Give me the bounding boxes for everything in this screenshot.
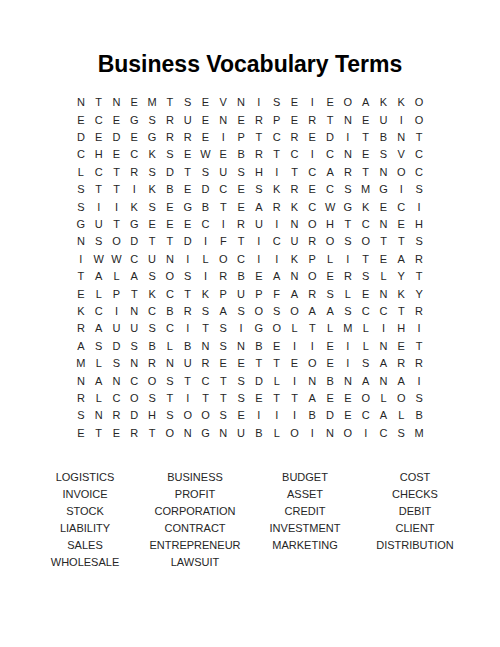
grid-cell-r13c5[interactable]: C — [143, 303, 161, 320]
grid-cell-r16c4[interactable]: N — [125, 355, 143, 372]
grid-cell-r2c7[interactable]: U — [179, 111, 197, 128]
grid-cell-r8c17[interactable]: C — [357, 216, 375, 233]
grid-cell-r13c18[interactable]: C — [375, 303, 393, 320]
grid-cell-r11c16[interactable]: R — [339, 268, 357, 285]
grid-cell-r16c11[interactable]: T — [250, 355, 268, 372]
grid-cell-r5c8[interactable]: S — [197, 164, 215, 181]
grid-cell-r9c16[interactable]: S — [339, 233, 357, 250]
grid-cell-r19c8[interactable]: O — [197, 407, 215, 424]
grid-cell-r8c18[interactable]: N — [375, 216, 393, 233]
grid-cell-r13c3[interactable]: I — [108, 303, 126, 320]
grid-cell-r12c3[interactable]: P — [108, 285, 126, 302]
grid-cell-r18c15[interactable]: E — [321, 390, 339, 407]
grid-cell-r12c7[interactable]: T — [179, 285, 197, 302]
grid-cell-r20c15[interactable]: N — [321, 425, 339, 442]
grid-cell-r7c10[interactable]: E — [232, 198, 250, 215]
grid-cell-r4c20[interactable]: C — [410, 146, 428, 163]
grid-cell-r20c12[interactable]: L — [268, 425, 286, 442]
grid-cell-r1c8[interactable]: E — [197, 94, 215, 111]
grid-cell-r9c3[interactable]: O — [108, 233, 126, 250]
grid-cell-r1c11[interactable]: I — [250, 94, 268, 111]
grid-cell-r3c3[interactable]: D — [108, 129, 126, 146]
grid-cell-r8c8[interactable]: C — [197, 216, 215, 233]
grid-cell-r1c17[interactable]: A — [357, 94, 375, 111]
grid-cell-r9c11[interactable]: I — [250, 233, 268, 250]
grid-cell-r3c13[interactable]: R — [286, 129, 304, 146]
grid-cell-r11c10[interactable]: B — [232, 268, 250, 285]
grid-cell-r18c13[interactable]: T — [286, 390, 304, 407]
grid-cell-r10c19[interactable]: A — [392, 251, 410, 268]
grid-cell-r14c6[interactable]: C — [161, 320, 179, 337]
grid-cell-r7c9[interactable]: T — [214, 198, 232, 215]
grid-cell-r4c12[interactable]: T — [268, 146, 286, 163]
grid-cell-r8c14[interactable]: O — [303, 216, 321, 233]
grid-cell-r2c13[interactable]: E — [286, 111, 304, 128]
grid-cell-r18c10[interactable]: S — [232, 390, 250, 407]
grid-cell-r13c10[interactable]: S — [232, 303, 250, 320]
grid-cell-r11c19[interactable]: Y — [392, 268, 410, 285]
grid-cell-r13c11[interactable]: O — [250, 303, 268, 320]
grid-cell-r4c9[interactable]: E — [214, 146, 232, 163]
grid-cell-r15c18[interactable]: N — [375, 338, 393, 355]
grid-cell-r20c7[interactable]: N — [179, 425, 197, 442]
grid-cell-r15c13[interactable]: I — [286, 338, 304, 355]
grid-cell-r20c18[interactable]: C — [375, 425, 393, 442]
grid-cell-r7c17[interactable]: K — [357, 198, 375, 215]
grid-cell-r1c14[interactable]: I — [303, 94, 321, 111]
grid-cell-r7c3[interactable]: I — [108, 198, 126, 215]
grid-cell-r19c12[interactable]: I — [268, 407, 286, 424]
grid-cell-r4c8[interactable]: W — [197, 146, 215, 163]
grid-cell-r15c8[interactable]: N — [197, 338, 215, 355]
grid-cell-r11c6[interactable]: O — [161, 268, 179, 285]
grid-cell-r3c19[interactable]: N — [392, 129, 410, 146]
grid-cell-r2c10[interactable]: E — [232, 111, 250, 128]
grid-cell-r17c1[interactable]: N — [72, 372, 90, 389]
grid-cell-r1c15[interactable]: E — [321, 94, 339, 111]
grid-cell-r9c8[interactable]: I — [197, 233, 215, 250]
grid-cell-r19c1[interactable]: S — [72, 407, 90, 424]
grid-cell-r15c9[interactable]: S — [214, 338, 232, 355]
grid-cell-r17c20[interactable]: I — [410, 372, 428, 389]
grid-cell-r16c7[interactable]: U — [179, 355, 197, 372]
grid-cell-r8c6[interactable]: E — [161, 216, 179, 233]
grid-cell-r5c7[interactable]: T — [179, 164, 197, 181]
grid-cell-r14c12[interactable]: O — [268, 320, 286, 337]
grid-cell-r4c15[interactable]: C — [321, 146, 339, 163]
grid-cell-r8c19[interactable]: E — [392, 216, 410, 233]
grid-cell-r3c15[interactable]: D — [321, 129, 339, 146]
grid-cell-r12c5[interactable]: K — [143, 285, 161, 302]
grid-cell-r16c1[interactable]: M — [72, 355, 90, 372]
grid-cell-r7c16[interactable]: G — [339, 198, 357, 215]
grid-cell-r1c18[interactable]: K — [375, 94, 393, 111]
grid-cell-r17c16[interactable]: N — [339, 372, 357, 389]
grid-cell-r7c2[interactable]: I — [90, 198, 108, 215]
grid-cell-r3c9[interactable]: I — [214, 129, 232, 146]
grid-cell-r3c16[interactable]: I — [339, 129, 357, 146]
grid-cell-r4c7[interactable]: E — [179, 146, 197, 163]
grid-cell-r16c13[interactable]: E — [286, 355, 304, 372]
grid-cell-r3c6[interactable]: R — [161, 129, 179, 146]
grid-cell-r7c15[interactable]: W — [321, 198, 339, 215]
grid-cell-r3c18[interactable]: B — [375, 129, 393, 146]
grid-cell-r12c8[interactable]: K — [197, 285, 215, 302]
grid-cell-r6c20[interactable]: S — [410, 181, 428, 198]
grid-cell-r8c12[interactable]: I — [268, 216, 286, 233]
grid-cell-r8c10[interactable]: R — [232, 216, 250, 233]
grid-cell-r15c17[interactable]: L — [357, 338, 375, 355]
grid-cell-r18c2[interactable]: L — [90, 390, 108, 407]
grid-cell-r17c11[interactable]: D — [250, 372, 268, 389]
grid-cell-r16c15[interactable]: E — [321, 355, 339, 372]
grid-cell-r15c14[interactable]: I — [303, 338, 321, 355]
grid-cell-r19c11[interactable]: I — [250, 407, 268, 424]
grid-cell-r16c18[interactable]: A — [375, 355, 393, 372]
grid-cell-r18c1[interactable]: R — [72, 390, 90, 407]
grid-cell-r14c19[interactable]: H — [392, 320, 410, 337]
grid-cell-r9c7[interactable]: D — [179, 233, 197, 250]
grid-cell-r9c15[interactable]: O — [321, 233, 339, 250]
grid-cell-r3c11[interactable]: T — [250, 129, 268, 146]
grid-cell-r12c6[interactable]: C — [161, 285, 179, 302]
grid-cell-r10c12[interactable]: I — [268, 251, 286, 268]
grid-cell-r11c13[interactable]: N — [286, 268, 304, 285]
grid-cell-r14c11[interactable]: G — [250, 320, 268, 337]
grid-cell-r4c16[interactable]: N — [339, 146, 357, 163]
grid-cell-r6c8[interactable]: D — [197, 181, 215, 198]
grid-cell-r18c6[interactable]: T — [161, 390, 179, 407]
grid-cell-r3c17[interactable]: T — [357, 129, 375, 146]
grid-cell-r18c9[interactable]: T — [214, 390, 232, 407]
grid-cell-r15c19[interactable]: E — [392, 338, 410, 355]
grid-cell-r9c4[interactable]: D — [125, 233, 143, 250]
grid-cell-r19c18[interactable]: A — [375, 407, 393, 424]
grid-cell-r20c8[interactable]: G — [197, 425, 215, 442]
grid-cell-r6c1[interactable]: S — [72, 181, 90, 198]
grid-cell-r20c20[interactable]: M — [410, 425, 428, 442]
grid-cell-r7c20[interactable]: I — [410, 198, 428, 215]
grid-cell-r20c13[interactable]: O — [286, 425, 304, 442]
grid-cell-r5c17[interactable]: T — [357, 164, 375, 181]
grid-cell-r5c10[interactable]: S — [232, 164, 250, 181]
grid-cell-r4c4[interactable]: C — [125, 146, 143, 163]
grid-cell-r12c10[interactable]: U — [232, 285, 250, 302]
grid-cell-r3c4[interactable]: E — [125, 129, 143, 146]
grid-cell-r2c6[interactable]: R — [161, 111, 179, 128]
grid-cell-r13c8[interactable]: S — [197, 303, 215, 320]
grid-cell-r14c17[interactable]: L — [357, 320, 375, 337]
grid-cell-r5c4[interactable]: R — [125, 164, 143, 181]
grid-cell-r8c1[interactable]: G — [72, 216, 90, 233]
grid-cell-r7c5[interactable]: S — [143, 198, 161, 215]
grid-cell-r5c11[interactable]: H — [250, 164, 268, 181]
grid-cell-r4c13[interactable]: C — [286, 146, 304, 163]
grid-cell-r19c16[interactable]: E — [339, 407, 357, 424]
grid-cell-r17c7[interactable]: T — [179, 372, 197, 389]
grid-cell-r13c15[interactable]: A — [321, 303, 339, 320]
grid-cell-r19c20[interactable]: B — [410, 407, 428, 424]
grid-cell-r2c18[interactable]: U — [375, 111, 393, 128]
grid-cell-r6c12[interactable]: K — [268, 181, 286, 198]
grid-cell-r19c19[interactable]: L — [392, 407, 410, 424]
grid-cell-r16c3[interactable]: S — [108, 355, 126, 372]
grid-cell-r4c5[interactable]: K — [143, 146, 161, 163]
grid-cell-r10c5[interactable]: U — [143, 251, 161, 268]
grid-cell-r19c9[interactable]: S — [214, 407, 232, 424]
grid-cell-r9c13[interactable]: U — [286, 233, 304, 250]
grid-cell-r14c7[interactable]: I — [179, 320, 197, 337]
grid-cell-r5c15[interactable]: A — [321, 164, 339, 181]
grid-cell-r9c14[interactable]: R — [303, 233, 321, 250]
grid-cell-r15c5[interactable]: B — [143, 338, 161, 355]
grid-cell-r7c14[interactable]: C — [303, 198, 321, 215]
grid-cell-r17c15[interactable]: B — [321, 372, 339, 389]
grid-cell-r15c20[interactable]: T — [410, 338, 428, 355]
grid-cell-r1c5[interactable]: M — [143, 94, 161, 111]
grid-cell-r14c20[interactable]: I — [410, 320, 428, 337]
grid-cell-r16c9[interactable]: E — [214, 355, 232, 372]
grid-cell-r16c12[interactable]: T — [268, 355, 286, 372]
grid-cell-r1c19[interactable]: K — [392, 94, 410, 111]
grid-cell-r13c12[interactable]: S — [268, 303, 286, 320]
grid-cell-r15c12[interactable]: E — [268, 338, 286, 355]
grid-cell-r10c16[interactable]: I — [339, 251, 357, 268]
grid-cell-r1c16[interactable]: O — [339, 94, 357, 111]
grid-cell-r20c4[interactable]: R — [125, 425, 143, 442]
grid-cell-r7c11[interactable]: A — [250, 198, 268, 215]
grid-cell-r2c17[interactable]: E — [357, 111, 375, 128]
grid-cell-r12c9[interactable]: P — [214, 285, 232, 302]
grid-cell-r3c1[interactable]: D — [72, 129, 90, 146]
grid-cell-r11c2[interactable]: A — [90, 268, 108, 285]
grid-cell-r16c6[interactable]: N — [161, 355, 179, 372]
grid-cell-r12c20[interactable]: Y — [410, 285, 428, 302]
grid-cell-r5c5[interactable]: S — [143, 164, 161, 181]
grid-cell-r18c20[interactable]: S — [410, 390, 428, 407]
grid-cell-r15c3[interactable]: D — [108, 338, 126, 355]
grid-cell-r5c20[interactable]: C — [410, 164, 428, 181]
grid-cell-r12c16[interactable]: L — [339, 285, 357, 302]
grid-cell-r16c14[interactable]: O — [303, 355, 321, 372]
grid-cell-r17c19[interactable]: A — [392, 372, 410, 389]
grid-cell-r13c7[interactable]: R — [179, 303, 197, 320]
grid-cell-r5c19[interactable]: O — [392, 164, 410, 181]
grid-cell-r20c2[interactable]: T — [90, 425, 108, 442]
grid-cell-r19c10[interactable]: E — [232, 407, 250, 424]
grid-cell-r6c3[interactable]: T — [108, 181, 126, 198]
grid-cell-r9c5[interactable]: T — [143, 233, 161, 250]
grid-cell-r17c18[interactable]: N — [375, 372, 393, 389]
grid-cell-r16c20[interactable]: R — [410, 355, 428, 372]
grid-cell-r1c7[interactable]: S — [179, 94, 197, 111]
grid-cell-r10c17[interactable]: T — [357, 251, 375, 268]
grid-cell-r16c10[interactable]: E — [232, 355, 250, 372]
grid-cell-r4c17[interactable]: E — [357, 146, 375, 163]
grid-cell-r8c4[interactable]: G — [125, 216, 143, 233]
grid-cell-r17c4[interactable]: C — [125, 372, 143, 389]
grid-cell-r10c20[interactable]: R — [410, 251, 428, 268]
grid-cell-r14c18[interactable]: I — [375, 320, 393, 337]
grid-cell-r10c10[interactable]: C — [232, 251, 250, 268]
grid-cell-r9c18[interactable]: T — [375, 233, 393, 250]
grid-cell-r12c12[interactable]: F — [268, 285, 286, 302]
grid-cell-r19c2[interactable]: N — [90, 407, 108, 424]
grid-cell-r8c9[interactable]: I — [214, 216, 232, 233]
grid-cell-r10c2[interactable]: W — [90, 251, 108, 268]
grid-cell-r5c9[interactable]: U — [214, 164, 232, 181]
grid-cell-r12c13[interactable]: A — [286, 285, 304, 302]
grid-cell-r13c19[interactable]: T — [392, 303, 410, 320]
grid-cell-r7c13[interactable]: K — [286, 198, 304, 215]
grid-cell-r15c4[interactable]: S — [125, 338, 143, 355]
grid-cell-r6c7[interactable]: E — [179, 181, 197, 198]
grid-cell-r13c9[interactable]: A — [214, 303, 232, 320]
grid-cell-r3c20[interactable]: T — [410, 129, 428, 146]
grid-cell-r5c3[interactable]: T — [108, 164, 126, 181]
grid-cell-r2c8[interactable]: E — [197, 111, 215, 128]
grid-cell-r19c17[interactable]: C — [357, 407, 375, 424]
grid-cell-r2c15[interactable]: T — [321, 111, 339, 128]
grid-cell-r7c18[interactable]: E — [375, 198, 393, 215]
grid-cell-r18c7[interactable]: I — [179, 390, 197, 407]
grid-cell-r11c17[interactable]: S — [357, 268, 375, 285]
grid-cell-r13c17[interactable]: C — [357, 303, 375, 320]
grid-cell-r19c7[interactable]: O — [179, 407, 197, 424]
grid-cell-r2c3[interactable]: E — [108, 111, 126, 128]
grid-cell-r13c20[interactable]: R — [410, 303, 428, 320]
grid-cell-r11c18[interactable]: L — [375, 268, 393, 285]
grid-cell-r18c14[interactable]: A — [303, 390, 321, 407]
grid-cell-r5c18[interactable]: N — [375, 164, 393, 181]
grid-cell-r11c11[interactable]: E — [250, 268, 268, 285]
grid-cell-r14c14[interactable]: T — [303, 320, 321, 337]
grid-cell-r7c19[interactable]: C — [392, 198, 410, 215]
grid-cell-r18c3[interactable]: C — [108, 390, 126, 407]
grid-cell-r16c19[interactable]: R — [392, 355, 410, 372]
grid-cell-r18c16[interactable]: E — [339, 390, 357, 407]
grid-cell-r17c6[interactable]: S — [161, 372, 179, 389]
grid-cell-r1c6[interactable]: T — [161, 94, 179, 111]
grid-cell-r6c17[interactable]: M — [357, 181, 375, 198]
grid-cell-r8c2[interactable]: U — [90, 216, 108, 233]
grid-cell-r4c11[interactable]: R — [250, 146, 268, 163]
grid-cell-r20c5[interactable]: T — [143, 425, 161, 442]
grid-cell-r10c6[interactable]: N — [161, 251, 179, 268]
grid-cell-r20c17[interactable]: I — [357, 425, 375, 442]
grid-cell-r2c11[interactable]: R — [250, 111, 268, 128]
grid-cell-r2c14[interactable]: R — [303, 111, 321, 128]
grid-cell-r11c9[interactable]: R — [214, 268, 232, 285]
grid-cell-r3c8[interactable]: E — [197, 129, 215, 146]
grid-cell-r6c2[interactable]: T — [90, 181, 108, 198]
grid-cell-r18c17[interactable]: O — [357, 390, 375, 407]
grid-cell-r12c1[interactable]: E — [72, 285, 90, 302]
grid-cell-r18c18[interactable]: L — [375, 390, 393, 407]
grid-cell-r2c1[interactable]: E — [72, 111, 90, 128]
grid-cell-r9c9[interactable]: F — [214, 233, 232, 250]
grid-cell-r16c2[interactable]: L — [90, 355, 108, 372]
grid-cell-r7c8[interactable]: B — [197, 198, 215, 215]
grid-cell-r8c11[interactable]: U — [250, 216, 268, 233]
grid-cell-r10c11[interactable]: I — [250, 251, 268, 268]
grid-cell-r1c9[interactable]: V — [214, 94, 232, 111]
grid-cell-r15c10[interactable]: N — [232, 338, 250, 355]
grid-cell-r19c13[interactable]: I — [286, 407, 304, 424]
grid-cell-r15c7[interactable]: B — [179, 338, 197, 355]
grid-cell-r5c2[interactable]: C — [90, 164, 108, 181]
grid-cell-r12c18[interactable]: N — [375, 285, 393, 302]
grid-cell-r11c1[interactable]: T — [72, 268, 90, 285]
grid-cell-r8c16[interactable]: T — [339, 216, 357, 233]
grid-cell-r6c11[interactable]: S — [250, 181, 268, 198]
grid-cell-r18c19[interactable]: O — [392, 390, 410, 407]
grid-cell-r12c17[interactable]: E — [357, 285, 375, 302]
grid-cell-r20c10[interactable]: U — [232, 425, 250, 442]
grid-cell-r6c13[interactable]: R — [286, 181, 304, 198]
grid-cell-r2c19[interactable]: I — [392, 111, 410, 128]
grid-cell-r17c17[interactable]: A — [357, 372, 375, 389]
grid-cell-r15c2[interactable]: S — [90, 338, 108, 355]
grid-cell-r17c3[interactable]: N — [108, 372, 126, 389]
grid-cell-r4c6[interactable]: S — [161, 146, 179, 163]
grid-cell-r8c13[interactable]: N — [286, 216, 304, 233]
grid-cell-r13c1[interactable]: K — [72, 303, 90, 320]
grid-cell-r5c12[interactable]: I — [268, 164, 286, 181]
grid-cell-r20c6[interactable]: O — [161, 425, 179, 442]
grid-cell-r15c11[interactable]: B — [250, 338, 268, 355]
grid-cell-r9c1[interactable]: N — [72, 233, 90, 250]
grid-cell-r12c4[interactable]: T — [125, 285, 143, 302]
grid-cell-r11c15[interactable]: E — [321, 268, 339, 285]
grid-cell-r17c2[interactable]: A — [90, 372, 108, 389]
grid-cell-r12c15[interactable]: S — [321, 285, 339, 302]
grid-cell-r11c4[interactable]: A — [125, 268, 143, 285]
grid-cell-r13c13[interactable]: O — [286, 303, 304, 320]
grid-cell-r15c15[interactable]: E — [321, 338, 339, 355]
grid-cell-r20c9[interactable]: N — [214, 425, 232, 442]
grid-cell-r17c5[interactable]: O — [143, 372, 161, 389]
grid-cell-r9c6[interactable]: T — [161, 233, 179, 250]
grid-cell-r6c10[interactable]: E — [232, 181, 250, 198]
grid-cell-r4c18[interactable]: S — [375, 146, 393, 163]
grid-cell-r12c19[interactable]: K — [392, 285, 410, 302]
grid-cell-r13c14[interactable]: A — [303, 303, 321, 320]
grid-cell-r20c11[interactable]: B — [250, 425, 268, 442]
grid-cell-r9c17[interactable]: O — [357, 233, 375, 250]
grid-cell-r4c14[interactable]: I — [303, 146, 321, 163]
grid-cell-r3c2[interactable]: E — [90, 129, 108, 146]
grid-cell-r13c6[interactable]: B — [161, 303, 179, 320]
grid-cell-r15c1[interactable]: A — [72, 338, 90, 355]
grid-cell-r17c14[interactable]: N — [303, 372, 321, 389]
grid-cell-r19c3[interactable]: R — [108, 407, 126, 424]
grid-cell-r8c3[interactable]: T — [108, 216, 126, 233]
grid-cell-r14c13[interactable]: L — [286, 320, 304, 337]
grid-cell-r3c7[interactable]: R — [179, 129, 197, 146]
grid-cell-r9c2[interactable]: S — [90, 233, 108, 250]
grid-cell-r5c13[interactable]: T — [286, 164, 304, 181]
grid-cell-r20c19[interactable]: S — [392, 425, 410, 442]
grid-cell-r1c2[interactable]: T — [90, 94, 108, 111]
grid-cell-r15c6[interactable]: L — [161, 338, 179, 355]
grid-cell-r18c8[interactable]: T — [197, 390, 215, 407]
grid-cell-r6c14[interactable]: E — [303, 181, 321, 198]
grid-cell-r1c13[interactable]: E — [286, 94, 304, 111]
grid-cell-r18c5[interactable]: S — [143, 390, 161, 407]
grid-cell-r16c8[interactable]: R — [197, 355, 215, 372]
grid-cell-r20c14[interactable]: I — [303, 425, 321, 442]
